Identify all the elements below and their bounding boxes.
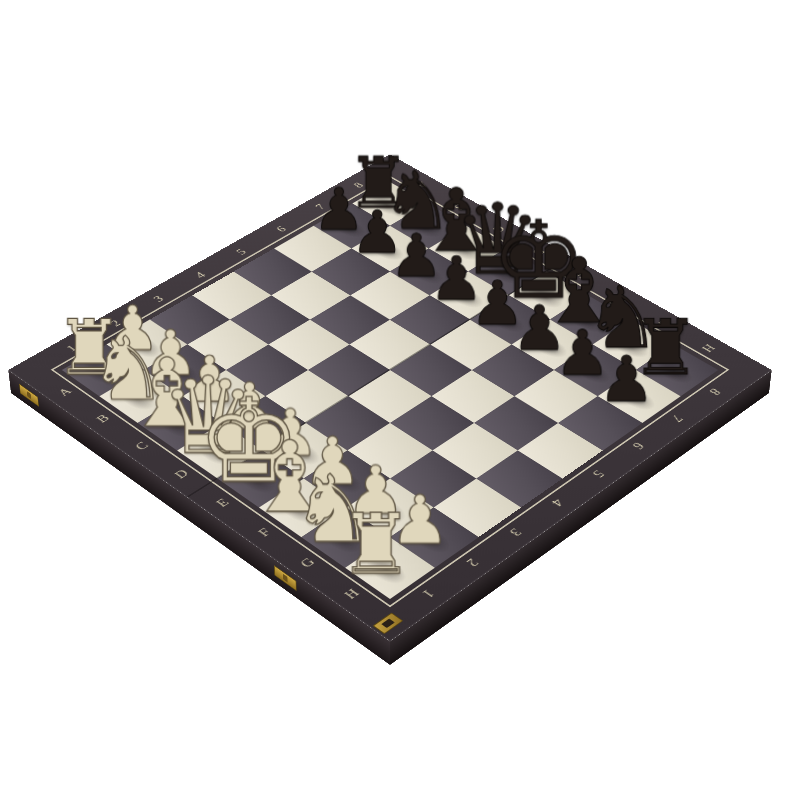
piece-black-pawn-h7: ♟: [598, 350, 655, 410]
chess-set-product-photo: ABCDEFGH ABCDEFGH 12345678 12345678 ♜♞♝♛…: [0, 0, 800, 800]
brand-emblem: [373, 612, 404, 634]
piece-white-rook-h1: ♜: [339, 505, 414, 584]
brand-emblem-mark: [381, 619, 394, 628]
board-frame: ABCDEFGH ABCDEFGH 12345678 12345678 ♜♞♝♛…: [8, 154, 772, 641]
folding-chess-board: ABCDEFGH ABCDEFGH 12345678 12345678 ♜♞♝♛…: [8, 154, 772, 641]
